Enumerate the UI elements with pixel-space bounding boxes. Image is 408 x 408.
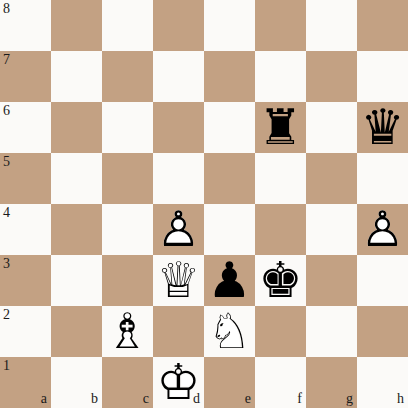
square-a5[interactable]: 5 [0, 153, 51, 204]
square-b8[interactable] [51, 0, 102, 51]
square-h8[interactable] [357, 0, 408, 51]
square-g2[interactable] [306, 306, 357, 357]
rank-label-8: 8 [3, 2, 10, 16]
square-f2[interactable] [255, 306, 306, 357]
file-label-b: b [91, 392, 98, 406]
square-g6[interactable] [306, 102, 357, 153]
square-h4[interactable]: ♟♙ [357, 204, 408, 255]
square-g4[interactable] [306, 204, 357, 255]
file-label-g: g [346, 392, 353, 406]
square-d4[interactable]: ♟♙ [153, 204, 204, 255]
square-e3[interactable]: ♟ [204, 255, 255, 306]
square-a3[interactable]: 3 [0, 255, 51, 306]
rank-label-3: 3 [3, 257, 10, 271]
square-a4[interactable]: 4 [0, 204, 51, 255]
file-label-a: a [41, 392, 47, 406]
square-b7[interactable] [51, 51, 102, 102]
piece-black-queen[interactable]: ♛ [357, 102, 408, 153]
square-a8[interactable]: 8 [0, 0, 51, 51]
square-e8[interactable] [204, 0, 255, 51]
square-c3[interactable] [102, 255, 153, 306]
piece-white-pawn[interactable]: ♟♙ [153, 204, 204, 255]
square-e4[interactable] [204, 204, 255, 255]
square-f8[interactable] [255, 0, 306, 51]
rank-label-2: 2 [3, 308, 10, 322]
square-e2[interactable]: ♞♘ [204, 306, 255, 357]
square-g5[interactable] [306, 153, 357, 204]
square-f3[interactable]: ♚ [255, 255, 306, 306]
square-c4[interactable] [102, 204, 153, 255]
square-c7[interactable] [102, 51, 153, 102]
square-c5[interactable] [102, 153, 153, 204]
rank-label-7: 7 [3, 53, 10, 67]
square-b6[interactable] [51, 102, 102, 153]
square-c2[interactable]: ♝♗ [102, 306, 153, 357]
file-label-e: e [245, 392, 251, 406]
square-d7[interactable] [153, 51, 204, 102]
square-e5[interactable] [204, 153, 255, 204]
square-b3[interactable] [51, 255, 102, 306]
piece-white-outline: ♙ [153, 204, 204, 255]
piece-white-outline: ♘ [204, 306, 255, 357]
piece-white-outline: ♕ [153, 255, 204, 306]
square-c8[interactable] [102, 0, 153, 51]
square-e6[interactable] [204, 102, 255, 153]
rank-label-6: 6 [3, 104, 10, 118]
piece-white-queen[interactable]: ♛♕ [153, 255, 204, 306]
square-f6[interactable]: ♜ [255, 102, 306, 153]
square-h1[interactable]: h [357, 357, 408, 408]
piece-white-pawn[interactable]: ♟♙ [357, 204, 408, 255]
square-a7[interactable]: 7 [0, 51, 51, 102]
square-d3[interactable]: ♛♕ [153, 255, 204, 306]
piece-black-king[interactable]: ♚ [255, 255, 306, 306]
square-h2[interactable] [357, 306, 408, 357]
square-b1[interactable]: b [51, 357, 102, 408]
chess-board: 876♜♛54♟♙♟♙3♛♕♟♚2♝♗♞♘1abcd♚♔efgh [0, 0, 408, 408]
square-d6[interactable] [153, 102, 204, 153]
square-a2[interactable]: 2 [0, 306, 51, 357]
rank-label-5: 5 [3, 155, 10, 169]
rank-label-1: 1 [3, 359, 10, 373]
square-d8[interactable] [153, 0, 204, 51]
file-label-h: h [397, 392, 404, 406]
file-label-c: c [143, 392, 149, 406]
square-e1[interactable]: e [204, 357, 255, 408]
piece-white-outline: ♙ [357, 204, 408, 255]
square-d5[interactable] [153, 153, 204, 204]
square-a1[interactable]: 1a [0, 357, 51, 408]
square-f4[interactable] [255, 204, 306, 255]
square-h3[interactable] [357, 255, 408, 306]
square-g7[interactable] [306, 51, 357, 102]
square-f7[interactable] [255, 51, 306, 102]
square-h5[interactable] [357, 153, 408, 204]
square-h7[interactable] [357, 51, 408, 102]
square-d2[interactable] [153, 306, 204, 357]
rank-label-4: 4 [3, 206, 10, 220]
square-e7[interactable] [204, 51, 255, 102]
square-b4[interactable] [51, 204, 102, 255]
square-c1[interactable]: c [102, 357, 153, 408]
square-g1[interactable]: g [306, 357, 357, 408]
square-g3[interactable] [306, 255, 357, 306]
square-a6[interactable]: 6 [0, 102, 51, 153]
piece-white-knight[interactable]: ♞♘ [204, 306, 255, 357]
piece-black-pawn[interactable]: ♟ [204, 255, 255, 306]
square-g8[interactable] [306, 0, 357, 51]
square-f1[interactable]: f [255, 357, 306, 408]
square-h6[interactable]: ♛ [357, 102, 408, 153]
square-b5[interactable] [51, 153, 102, 204]
square-c6[interactable] [102, 102, 153, 153]
piece-black-rook[interactable]: ♜ [255, 102, 306, 153]
square-f5[interactable] [255, 153, 306, 204]
square-b2[interactable] [51, 306, 102, 357]
square-d1[interactable]: d♚♔ [153, 357, 204, 408]
piece-white-outline: ♗ [102, 306, 153, 357]
piece-white-bishop[interactable]: ♝♗ [102, 306, 153, 357]
file-label-f: f [297, 392, 302, 406]
file-label-d: d [193, 392, 200, 406]
